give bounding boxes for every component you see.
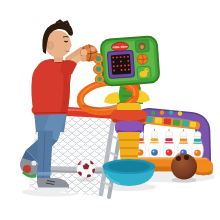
bowling-pin — [163, 129, 175, 161]
scoreboard — [107, 50, 134, 78]
pin-stripe — [180, 139, 187, 142]
sleeve — [60, 60, 77, 75]
ear — [48, 42, 54, 50]
pin-stripe — [165, 138, 172, 141]
pin-ball-icon — [166, 149, 173, 156]
finger-hole — [184, 155, 189, 160]
pin-ball-icon — [151, 149, 158, 156]
hand — [81, 49, 88, 56]
pin-stripe — [151, 138, 158, 141]
hand — [80, 55, 86, 61]
mini-basketball-icon — [137, 54, 148, 65]
duck-tile-icon — [137, 66, 151, 79]
eyebrow — [63, 37, 69, 38]
trunk-leaf-left — [104, 92, 120, 104]
bowling-pins-row — [134, 129, 203, 162]
pin-stripe — [194, 139, 201, 142]
pin-ball-icon — [194, 150, 201, 157]
monkey-tile-icon — [135, 40, 149, 53]
bowling-pin — [149, 129, 161, 161]
product-photo: little tikes — [0, 0, 220, 220]
backboard: little tikes — [91, 36, 159, 86]
screenshot-root: little tikes — [0, 0, 220, 220]
finger-hole — [176, 156, 181, 161]
